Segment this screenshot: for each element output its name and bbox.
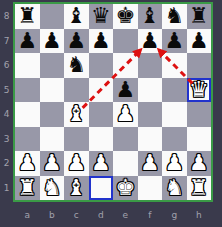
white-knight[interactable]: ♞ bbox=[164, 177, 184, 199]
square-b2[interactable]: ♟ bbox=[40, 151, 65, 176]
square-g7[interactable]: ♟ bbox=[162, 29, 187, 54]
square-f6[interactable] bbox=[138, 53, 163, 78]
rank-label-5: 5 bbox=[0, 78, 13, 103]
file-labels: abcdefgh bbox=[15, 206, 211, 223]
square-e5[interactable]: ♟ bbox=[113, 78, 138, 103]
white-pawn[interactable]: ♟ bbox=[115, 103, 135, 125]
black-rook[interactable]: ♜ bbox=[189, 5, 209, 27]
square-g3[interactable] bbox=[162, 127, 187, 152]
square-h3[interactable] bbox=[187, 127, 212, 152]
square-d2[interactable]: ♟ bbox=[89, 151, 114, 176]
square-c4[interactable]: ♝ bbox=[64, 102, 89, 127]
white-bishop[interactable]: ♝ bbox=[66, 103, 86, 125]
rank-label-7: 7 bbox=[0, 29, 13, 54]
white-pawn[interactable]: ♟ bbox=[66, 152, 86, 174]
chess-app-window: 87654321 ♜♝♛♚♝♞♜♟♟♟♟♟♟♟♞♟♛♝♟♟♟♟♟♟♟♟♜♞♝♚♞… bbox=[0, 0, 222, 227]
square-e8[interactable]: ♚ bbox=[113, 4, 138, 29]
square-a6[interactable] bbox=[15, 53, 40, 78]
chess-board[interactable]: ♜♝♛♚♝♞♜♟♟♟♟♟♟♟♞♟♛♝♟♟♟♟♟♟♟♟♜♞♝♚♞♜ bbox=[13, 2, 213, 202]
square-c1[interactable]: ♝ bbox=[64, 176, 89, 201]
black-bishop[interactable]: ♝ bbox=[140, 5, 160, 27]
file-label-f: f bbox=[138, 206, 163, 223]
square-c5[interactable] bbox=[64, 78, 89, 103]
rank-label-1: 1 bbox=[0, 176, 13, 201]
square-d6[interactable] bbox=[89, 53, 114, 78]
black-pawn[interactable]: ♟ bbox=[164, 30, 184, 52]
file-label-e: e bbox=[113, 206, 138, 223]
file-label-d: d bbox=[89, 206, 114, 223]
rank-label-6: 6 bbox=[0, 53, 13, 78]
white-pawn[interactable]: ♟ bbox=[189, 152, 209, 174]
square-d4[interactable] bbox=[89, 102, 114, 127]
square-f3[interactable] bbox=[138, 127, 163, 152]
square-c3[interactable] bbox=[64, 127, 89, 152]
square-h6[interactable] bbox=[187, 53, 212, 78]
black-pawn[interactable]: ♟ bbox=[91, 30, 111, 52]
square-a7[interactable]: ♟ bbox=[15, 29, 40, 54]
square-c8[interactable]: ♝ bbox=[64, 4, 89, 29]
black-pawn[interactable]: ♟ bbox=[17, 30, 37, 52]
square-f8[interactable]: ♝ bbox=[138, 4, 163, 29]
square-c7[interactable]: ♟ bbox=[64, 29, 89, 54]
square-h8[interactable]: ♜ bbox=[187, 4, 212, 29]
square-e4[interactable]: ♟ bbox=[113, 102, 138, 127]
black-queen[interactable]: ♛ bbox=[91, 5, 111, 27]
square-e6[interactable] bbox=[113, 53, 138, 78]
rank-label-2: 2 bbox=[0, 151, 13, 176]
square-f4[interactable] bbox=[138, 102, 163, 127]
square-g6[interactable] bbox=[162, 53, 187, 78]
black-king[interactable]: ♚ bbox=[115, 5, 135, 27]
white-king[interactable]: ♚ bbox=[115, 177, 135, 199]
rank-label-3: 3 bbox=[0, 127, 13, 152]
white-pawn[interactable]: ♟ bbox=[17, 152, 37, 174]
file-label-b: b bbox=[40, 206, 65, 223]
file-label-h: h bbox=[187, 206, 212, 223]
square-g5[interactable] bbox=[162, 78, 187, 103]
square-h1[interactable]: ♜ bbox=[187, 176, 212, 201]
square-e1[interactable]: ♚ bbox=[113, 176, 138, 201]
square-e7[interactable] bbox=[113, 29, 138, 54]
square-h2[interactable]: ♟ bbox=[187, 151, 212, 176]
black-pawn[interactable]: ♟ bbox=[189, 30, 209, 52]
square-b7[interactable]: ♟ bbox=[40, 29, 65, 54]
square-a2[interactable]: ♟ bbox=[15, 151, 40, 176]
file-label-a: a bbox=[15, 206, 40, 223]
square-b1[interactable]: ♞ bbox=[40, 176, 65, 201]
square-a5[interactable] bbox=[15, 78, 40, 103]
black-pawn[interactable]: ♟ bbox=[42, 30, 62, 52]
white-rook[interactable]: ♜ bbox=[189, 177, 209, 199]
square-a8[interactable]: ♜ bbox=[15, 4, 40, 29]
square-d7[interactable]: ♟ bbox=[89, 29, 114, 54]
file-label-c: c bbox=[64, 206, 89, 223]
square-e3[interactable] bbox=[113, 127, 138, 152]
white-pawn[interactable]: ♟ bbox=[164, 152, 184, 174]
black-rook[interactable]: ♜ bbox=[17, 5, 37, 27]
square-g4[interactable] bbox=[162, 102, 187, 127]
black-pawn[interactable]: ♟ bbox=[66, 30, 86, 52]
square-d1[interactable] bbox=[89, 176, 114, 201]
square-b4[interactable] bbox=[40, 102, 65, 127]
black-bishop[interactable]: ♝ bbox=[66, 5, 86, 27]
black-knight[interactable]: ♞ bbox=[164, 5, 184, 27]
white-queen[interactable]: ♛ bbox=[189, 79, 209, 101]
square-b6[interactable] bbox=[40, 53, 65, 78]
black-pawn[interactable]: ♟ bbox=[115, 79, 135, 101]
square-h4[interactable] bbox=[187, 102, 212, 127]
white-pawn[interactable]: ♟ bbox=[140, 152, 160, 174]
square-f2[interactable]: ♟ bbox=[138, 151, 163, 176]
white-rook[interactable]: ♜ bbox=[17, 177, 37, 199]
square-h5[interactable]: ♛ bbox=[187, 78, 212, 103]
square-g2[interactable]: ♟ bbox=[162, 151, 187, 176]
white-knight[interactable]: ♞ bbox=[42, 177, 62, 199]
white-bishop[interactable]: ♝ bbox=[66, 177, 86, 199]
square-a4[interactable] bbox=[15, 102, 40, 127]
rank-label-4: 4 bbox=[0, 102, 13, 127]
white-pawn[interactable]: ♟ bbox=[91, 152, 111, 174]
square-a3[interactable] bbox=[15, 127, 40, 152]
square-a1[interactable]: ♜ bbox=[15, 176, 40, 201]
rank-label-8: 8 bbox=[0, 4, 13, 29]
square-h7[interactable]: ♟ bbox=[187, 29, 212, 54]
square-d5[interactable] bbox=[89, 78, 114, 103]
square-b5[interactable] bbox=[40, 78, 65, 103]
square-b3[interactable] bbox=[40, 127, 65, 152]
file-label-g: g bbox=[162, 206, 187, 223]
square-g1[interactable]: ♞ bbox=[162, 176, 187, 201]
black-pawn[interactable]: ♟ bbox=[140, 30, 160, 52]
square-f1[interactable] bbox=[138, 176, 163, 201]
square-b8[interactable] bbox=[40, 4, 65, 29]
square-f7[interactable]: ♟ bbox=[138, 29, 163, 54]
square-c2[interactable]: ♟ bbox=[64, 151, 89, 176]
square-c6[interactable]: ♞ bbox=[64, 53, 89, 78]
black-knight[interactable]: ♞ bbox=[66, 54, 86, 76]
square-d8[interactable]: ♛ bbox=[89, 4, 114, 29]
square-g8[interactable]: ♞ bbox=[162, 4, 187, 29]
square-d3[interactable] bbox=[89, 127, 114, 152]
white-pawn[interactable]: ♟ bbox=[42, 152, 62, 174]
square-e2[interactable] bbox=[113, 151, 138, 176]
square-f5[interactable] bbox=[138, 78, 163, 103]
rank-labels: 87654321 bbox=[0, 4, 13, 200]
